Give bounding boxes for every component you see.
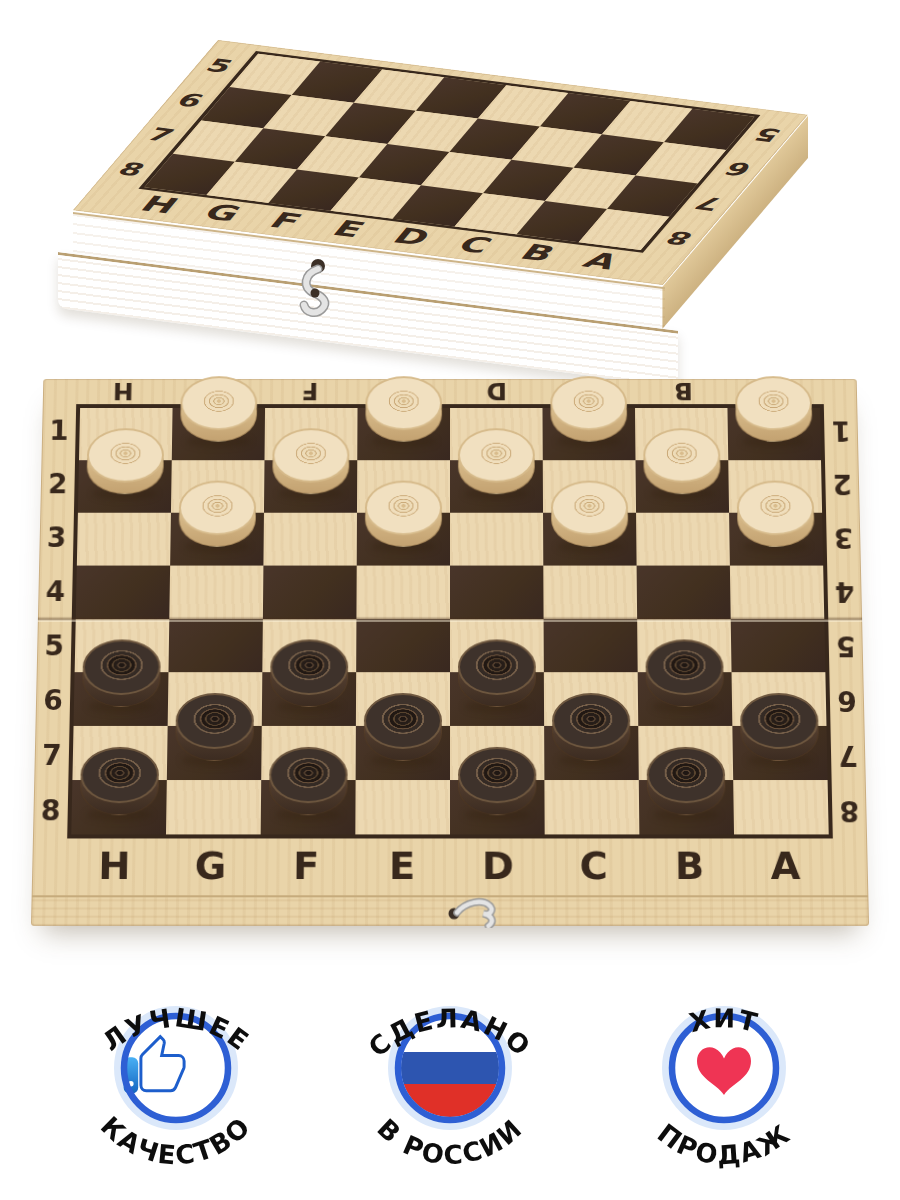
open-board-file-label: D — [450, 377, 543, 404]
open-board: HGFEDCBA 12345678 12345678 HGFEDCBA — [31, 379, 869, 926]
badge-best-quality: ЛУЧШЕЕ КАЧЕСТВО — [45, 948, 307, 1190]
checker-piece-light-g3 — [178, 481, 256, 551]
piece-top — [180, 376, 257, 430]
open-board-rank-label: 6 — [35, 673, 70, 728]
open-board-file-label: B — [641, 838, 738, 895]
checker-piece-dark-e7 — [364, 693, 442, 765]
piece-top — [365, 376, 442, 430]
checker-piece-light-c1 — [550, 376, 627, 445]
open-board-rank-label: 4 — [38, 565, 73, 619]
metal-clasp-icon — [278, 256, 358, 340]
checker-piece-dark-d8 — [458, 747, 537, 819]
open-board-rank-label: 4 — [827, 565, 862, 619]
open-board-rank-label: 2 — [825, 457, 860, 510]
piece-top — [269, 747, 348, 803]
piece-top — [458, 428, 535, 482]
checker-piece-light-a1 — [735, 376, 813, 445]
piece-top — [552, 693, 631, 749]
piece-top — [458, 747, 536, 803]
open-board-file-label: D — [450, 838, 546, 895]
checker-piece-dark-a7 — [740, 693, 819, 765]
open-board-file-label: B — [637, 377, 731, 404]
checker-piece-dark-g7 — [175, 693, 254, 765]
checker-piece-light-b2 — [643, 428, 721, 498]
open-board-file-label: H — [76, 377, 170, 404]
piece-top — [645, 639, 724, 695]
piece-top — [735, 376, 813, 430]
checker-piece-dark-h6 — [82, 639, 161, 711]
open-board-rank-label: 7 — [831, 728, 866, 783]
piece-top — [458, 639, 536, 695]
checker-piece-dark-b6 — [645, 639, 724, 711]
piece-top — [270, 639, 348, 695]
piece-top — [179, 481, 257, 536]
open-board-file-label: F — [263, 377, 357, 404]
checker-piece-light-a3 — [736, 481, 814, 551]
checker-piece-light-h2 — [86, 428, 164, 498]
checker-piece-dark-b8 — [646, 747, 725, 819]
piece-top — [551, 481, 629, 536]
open-board-rank-label: 2 — [40, 457, 75, 510]
piece-top — [646, 747, 725, 803]
badge-top-text: ХИТ — [686, 1003, 762, 1038]
open-board-rank-label: 8 — [832, 783, 867, 838]
badge-made-in-russia: СДЕЛАНО В РОССИИ — [319, 948, 581, 1190]
checker-piece-light-c3 — [551, 481, 629, 551]
checker-piece-light-f2 — [272, 428, 350, 498]
metal-clasp-icon — [440, 897, 511, 928]
piece-top — [643, 428, 721, 482]
open-board-file-label: G — [162, 838, 259, 895]
checker-piece-light-e3 — [365, 481, 442, 551]
open-board-file-label: E — [354, 838, 450, 895]
checker-piece-dark-f8 — [269, 747, 348, 819]
piece-top — [175, 693, 254, 749]
piece-top — [364, 693, 442, 749]
open-board-file-label: F — [258, 838, 354, 895]
open-board-rank-label: 3 — [826, 511, 861, 565]
piece-top — [550, 376, 627, 430]
checker-piece-dark-d6 — [458, 639, 536, 711]
open-board-bottom-letters: HGFEDCBA — [66, 838, 834, 895]
checker-piece-light-g1 — [180, 376, 258, 445]
open-board-rank-label: 5 — [828, 619, 863, 673]
piece-top — [740, 693, 819, 749]
open-board-file-label: C — [546, 838, 642, 895]
open-board-file-label: A — [737, 838, 834, 895]
badges-row: ЛУЧШЕЕ КАЧЕСТВО СДЕЛАНО В РОССИИ — [45, 948, 855, 1190]
open-board-rank-label: 5 — [37, 619, 72, 673]
open-board-rank-label: 8 — [33, 783, 68, 838]
open-board-rank-label: 7 — [34, 728, 69, 783]
open-board-plane: HGFEDCBA 12345678 12345678 HGFEDCBA — [31, 379, 869, 926]
open-board-front-edge — [31, 895, 869, 926]
piece-top — [736, 481, 814, 536]
piece-top — [272, 428, 349, 482]
open-board-rank-label: 6 — [829, 673, 864, 728]
checker-piece-dark-c7 — [552, 693, 631, 765]
open-board-file-label: H — [66, 838, 163, 895]
pieces-layer — [67, 404, 833, 838]
checker-piece-light-d2 — [458, 428, 535, 498]
piece-top — [365, 481, 442, 536]
open-board-rank-label: 1 — [824, 404, 859, 457]
checker-piece-light-e1 — [365, 376, 442, 445]
closed-board-box: 5678 5678 HGFEDCBA — [0, 0, 900, 375]
product-photo: 5678 5678 HGFEDCBA HGFEDCBA 12345678 123… — [0, 0, 900, 1200]
checker-piece-dark-f6 — [270, 639, 348, 711]
checker-piece-dark-h8 — [80, 747, 160, 819]
badge-bestseller: ХИТ ПРОДАЖ — [593, 948, 855, 1190]
open-board-rank-label: 1 — [42, 404, 77, 457]
open-board-rank-label: 3 — [39, 511, 74, 565]
